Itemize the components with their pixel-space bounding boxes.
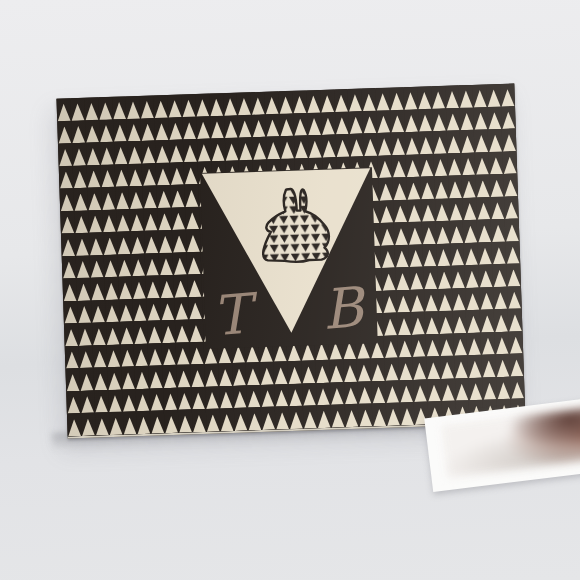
pattern-cell <box>108 390 123 413</box>
pattern-cell <box>251 114 266 137</box>
pattern-cell <box>109 412 124 435</box>
pattern-cell <box>420 176 435 199</box>
pattern-cell <box>112 96 127 119</box>
pattern-cell <box>450 243 465 266</box>
pattern-cell <box>220 408 235 431</box>
pattern-cell <box>501 106 516 129</box>
pattern-cell <box>106 322 121 345</box>
pattern-cell <box>465 288 480 311</box>
pattern-cell <box>265 91 280 114</box>
pattern-cell <box>176 342 191 365</box>
pattern-cell <box>390 110 405 133</box>
pattern-cell <box>140 95 155 118</box>
pattern-cell <box>127 141 142 164</box>
pattern-cell <box>146 298 161 321</box>
pattern-cell <box>437 266 452 289</box>
pattern-cell <box>452 288 467 311</box>
pattern-cell <box>122 412 137 435</box>
pattern-cell <box>406 177 421 200</box>
pattern-cell <box>57 121 72 144</box>
pattern-cell <box>160 298 175 321</box>
pattern-cell <box>204 364 219 387</box>
pattern-cell <box>191 387 206 410</box>
pattern-cell <box>98 97 113 120</box>
pattern-cell <box>394 222 409 245</box>
pattern-cell <box>395 267 410 290</box>
pattern-cell <box>349 111 364 134</box>
pattern-cell <box>357 381 372 404</box>
pattern-cell <box>441 379 456 402</box>
pattern-cell <box>482 377 497 400</box>
pattern-cell <box>423 266 438 289</box>
pattern-cell <box>505 219 520 242</box>
pattern-cell <box>379 200 394 223</box>
pattern-cell <box>363 133 378 156</box>
pattern-cell <box>446 108 461 131</box>
pattern-cell <box>322 135 337 158</box>
pattern-cell <box>103 232 118 255</box>
pattern-cell <box>377 133 392 156</box>
pattern-cell <box>92 345 107 368</box>
pattern-cell <box>192 409 207 432</box>
pattern-cell <box>247 385 262 408</box>
pattern-cell <box>188 297 203 320</box>
pattern-cell <box>101 187 116 210</box>
pattern-cell <box>78 323 93 346</box>
pattern-cell <box>170 162 185 185</box>
pattern-cell <box>233 385 248 408</box>
pattern-cell <box>133 321 148 344</box>
pattern-cell <box>171 207 186 230</box>
pattern-cell <box>247 408 262 431</box>
pattern-cell <box>149 388 164 411</box>
pattern-cell <box>344 382 359 405</box>
pattern-cell <box>156 163 171 186</box>
pattern-cell <box>344 404 359 427</box>
pattern-cell <box>449 198 464 221</box>
pattern-cell <box>218 363 233 386</box>
pattern-cell <box>303 406 318 429</box>
pattern-cell <box>502 129 517 152</box>
pattern-cell <box>104 277 119 300</box>
pattern-cell <box>100 142 115 165</box>
pattern-cell <box>302 383 317 406</box>
pattern-cell <box>163 365 178 388</box>
pattern-cell <box>189 319 204 342</box>
pattern-cell <box>274 362 289 385</box>
pattern-cell <box>436 243 451 266</box>
pattern-cell <box>67 414 82 437</box>
pattern-cell <box>349 134 364 157</box>
pattern-cell <box>431 86 446 109</box>
pattern-cell <box>89 255 104 278</box>
pattern-cell <box>187 252 202 275</box>
pattern-cell <box>486 84 501 107</box>
pattern-cell <box>504 196 519 219</box>
pattern-cell <box>490 197 505 220</box>
pattern-cell <box>384 335 399 358</box>
pattern-cell <box>397 312 412 335</box>
pattern-cell <box>362 88 377 111</box>
pattern-cell <box>330 405 345 428</box>
pattern-cell <box>84 97 99 120</box>
pattern-cell <box>439 334 454 357</box>
pattern-cell <box>419 131 434 154</box>
pattern-cell <box>503 174 518 197</box>
pattern-cell <box>419 154 434 177</box>
pattern-cell <box>492 242 507 265</box>
pattern-cell <box>392 177 407 200</box>
pattern-cell <box>482 355 497 378</box>
pattern-cell <box>362 111 377 134</box>
pattern-cell <box>379 178 394 201</box>
pattern-cell <box>398 357 413 380</box>
pattern-cell <box>146 276 161 299</box>
pattern-cell <box>173 275 188 298</box>
pattern-cell <box>178 410 193 433</box>
pattern-cell <box>122 389 137 412</box>
pattern-cell <box>301 361 316 384</box>
pattern-cell <box>162 343 177 366</box>
pattern-cell <box>72 143 87 166</box>
pattern-cell <box>509 331 524 354</box>
pattern-cell <box>223 93 238 116</box>
pattern-cell <box>181 94 196 117</box>
pattern-cell <box>88 210 103 233</box>
pattern-cell <box>145 253 160 276</box>
pattern-cell <box>86 165 101 188</box>
pattern-cell <box>142 163 157 186</box>
pattern-cell <box>440 356 455 379</box>
pattern-cell <box>186 229 201 252</box>
pattern-cell <box>79 345 94 368</box>
pattern-cell <box>167 95 182 118</box>
pattern-cell <box>103 254 118 277</box>
pattern-cell <box>160 275 175 298</box>
pattern-cell <box>143 208 158 231</box>
pattern-cell <box>395 245 410 268</box>
pattern-cell <box>64 323 79 346</box>
pattern-cell <box>93 368 108 391</box>
pattern-cell <box>380 223 395 246</box>
pattern-cell <box>434 176 449 199</box>
pattern-cell <box>425 311 440 334</box>
pattern-cell <box>435 198 450 221</box>
pattern-cell <box>164 410 179 433</box>
pattern-cell <box>61 233 76 256</box>
pattern-cell <box>463 220 478 243</box>
pattern-cell <box>116 231 131 254</box>
pattern-cell <box>280 136 295 159</box>
pattern-cell <box>509 354 524 377</box>
pattern-cell <box>408 244 423 267</box>
pattern-cell <box>372 403 387 426</box>
pattern-cell <box>425 334 440 357</box>
pattern-cell <box>412 357 427 380</box>
pattern-cell <box>238 137 253 160</box>
pattern-cell <box>115 186 130 209</box>
pattern-cell <box>85 120 100 143</box>
pattern-cell <box>287 361 302 384</box>
pattern-cell <box>90 277 105 300</box>
pattern-cell <box>452 311 467 334</box>
pattern-cell <box>288 384 303 407</box>
pattern-cell <box>477 220 492 243</box>
pattern-cell <box>479 287 494 310</box>
pattern-cell <box>474 129 489 152</box>
pattern-cell <box>119 322 134 345</box>
pattern-cell <box>141 141 156 164</box>
pattern-cell <box>238 115 253 138</box>
pattern-cell <box>386 403 401 426</box>
pattern-cell <box>107 367 122 390</box>
pattern-cell <box>163 388 178 411</box>
pattern-cell <box>144 231 159 254</box>
pattern-cell <box>489 174 504 197</box>
pattern-cell <box>438 288 453 311</box>
pattern-cell <box>422 244 437 267</box>
pattern-cell <box>60 211 75 234</box>
pattern-cell <box>329 360 344 383</box>
pattern-cell <box>77 300 92 323</box>
pattern-cell <box>275 407 290 430</box>
pattern-cell <box>371 381 386 404</box>
pattern-cell <box>150 411 165 434</box>
pattern-cell <box>409 267 424 290</box>
pattern-cell <box>392 155 407 178</box>
pattern-cell <box>59 166 74 189</box>
pattern-cell <box>260 362 275 385</box>
studio-backdrop: T B <box>0 0 580 580</box>
pattern-cell <box>91 300 106 323</box>
pattern-cell <box>117 254 132 277</box>
pattern-cell <box>292 90 307 113</box>
pattern-cell <box>126 96 141 119</box>
pattern-cell <box>480 310 495 333</box>
pattern-cell <box>66 391 81 414</box>
pattern-cell <box>317 405 332 428</box>
pattern-cell <box>119 299 134 322</box>
pattern-cell <box>56 98 71 121</box>
pattern-cell <box>466 310 481 333</box>
pattern-cell <box>407 199 422 222</box>
pattern-cell <box>473 107 488 130</box>
pattern-cell <box>132 276 147 299</box>
pattern-cell <box>453 333 468 356</box>
pattern-cell <box>405 132 420 155</box>
rabbit-icon <box>257 185 334 266</box>
pattern-cell <box>232 363 247 386</box>
pattern-cell <box>154 118 169 141</box>
pattern-cell <box>116 209 131 232</box>
pattern-cell <box>422 221 437 244</box>
pattern-cell <box>384 358 399 381</box>
pattern-cell <box>260 385 275 408</box>
pattern-cell <box>308 135 323 158</box>
pattern-cell <box>279 113 294 136</box>
pattern-cell <box>154 95 169 118</box>
pattern-cell <box>399 380 414 403</box>
pattern-cell <box>432 108 447 131</box>
pattern-cell <box>251 92 266 115</box>
pattern-cell <box>159 253 174 276</box>
pattern-cell <box>182 117 197 140</box>
pattern-cell <box>448 175 463 198</box>
pattern-cell <box>293 113 308 136</box>
pattern-cell <box>398 335 413 358</box>
pattern-cell <box>224 138 239 161</box>
pattern-cell <box>393 200 408 223</box>
pattern-cell <box>378 155 393 178</box>
pattern-cell <box>113 119 128 142</box>
pattern-cell <box>134 344 149 367</box>
pattern-cell <box>447 153 462 176</box>
pattern-cell <box>435 221 450 244</box>
pattern-cell <box>451 266 466 289</box>
pattern-cell <box>128 163 143 186</box>
pattern-cell <box>274 384 289 407</box>
pattern-cell <box>75 233 90 256</box>
pattern-cell <box>408 222 423 245</box>
pattern-cell <box>411 334 426 357</box>
pattern-cell <box>140 118 155 141</box>
pattern-cell <box>58 143 73 166</box>
pattern-cell <box>481 332 496 355</box>
pattern-cell <box>105 300 120 323</box>
pattern-cell <box>383 313 398 336</box>
pattern-cell <box>348 89 363 112</box>
pattern-cell <box>233 408 248 431</box>
pattern-cell <box>410 289 425 312</box>
announcement-card: T B <box>56 84 525 439</box>
pattern-cell <box>462 197 477 220</box>
pattern-cell <box>335 134 350 157</box>
pattern-cell <box>177 387 192 410</box>
pattern-cell <box>507 286 522 309</box>
pattern-cell <box>157 208 172 231</box>
pattern-cell <box>495 332 510 355</box>
pattern-cell <box>261 407 276 430</box>
pattern-cell <box>508 309 523 332</box>
pattern-cell <box>81 413 96 436</box>
pattern-cell <box>131 254 146 277</box>
pattern-cell <box>135 366 150 389</box>
pattern-cell <box>80 391 95 414</box>
pattern-cell <box>376 88 391 111</box>
pattern-cell <box>118 277 133 300</box>
pattern-cell <box>385 380 400 403</box>
pattern-cell <box>358 404 373 427</box>
pattern-cell <box>493 287 508 310</box>
pattern-cell <box>396 290 411 313</box>
pattern-cell <box>432 131 447 154</box>
pattern-cell <box>79 368 94 391</box>
pattern-cell <box>343 359 358 382</box>
pattern-cell <box>174 297 189 320</box>
pattern-cell <box>211 138 226 161</box>
pattern-cell <box>95 413 110 436</box>
pattern-cell <box>321 112 336 135</box>
pattern-cell <box>65 346 80 369</box>
monogram-initial-left: T <box>210 287 251 345</box>
monogram-initial-right: B <box>320 280 365 338</box>
pattern-cell <box>334 89 349 112</box>
pattern-cell <box>62 278 77 301</box>
pattern-cell <box>400 402 415 425</box>
pattern-cell <box>170 185 185 208</box>
pattern-cell <box>130 231 145 254</box>
pattern-cell <box>506 264 521 287</box>
pattern-cell <box>446 130 461 153</box>
pattern-cell <box>184 162 199 185</box>
pattern-cell <box>197 139 212 162</box>
pattern-cell <box>381 245 396 268</box>
pattern-cell <box>76 255 91 278</box>
pattern-cell <box>459 107 474 130</box>
pattern-cell <box>357 359 372 382</box>
pattern-cell <box>406 154 421 177</box>
pattern-cell <box>143 186 158 209</box>
pattern-cell <box>120 344 135 367</box>
pattern-cell <box>424 289 439 312</box>
pattern-cell <box>503 151 518 174</box>
pattern-cell <box>455 378 470 401</box>
pattern-cell <box>149 366 164 389</box>
medallion: T B <box>200 167 378 349</box>
pattern-cell <box>316 383 331 406</box>
pattern-cell <box>184 184 199 207</box>
pattern-cell <box>468 378 483 401</box>
pattern-cell <box>454 356 469 379</box>
pattern-cell <box>99 119 114 142</box>
pattern-cell <box>382 290 397 313</box>
pattern-cell <box>371 358 386 381</box>
pattern-cell <box>479 265 494 288</box>
pattern-cell <box>500 84 515 107</box>
pattern-cell <box>92 323 107 346</box>
pattern-cell <box>148 343 163 366</box>
pattern-cell <box>445 85 460 108</box>
pattern-cell <box>224 115 239 138</box>
pattern-cell <box>73 165 88 188</box>
pattern-cell <box>413 379 428 402</box>
pattern-cell <box>467 333 482 356</box>
pattern-cell <box>426 357 441 380</box>
pattern-cell <box>376 110 391 133</box>
pattern-cell <box>130 209 145 232</box>
pattern-cell <box>187 274 202 297</box>
pattern-cell <box>289 406 304 429</box>
pattern-cell <box>389 87 404 110</box>
pattern-cell <box>487 106 502 129</box>
pattern-cell <box>459 85 474 108</box>
pattern-cell <box>121 367 136 390</box>
pattern-cell <box>70 98 85 121</box>
pattern-cell <box>102 209 117 232</box>
pattern-cell <box>175 320 190 343</box>
pattern-cell <box>210 116 225 139</box>
pattern-cell <box>246 362 261 385</box>
pattern-cell <box>465 265 480 288</box>
pattern-cell <box>59 188 74 211</box>
pattern-cell <box>237 92 252 115</box>
pattern-cell <box>510 376 525 399</box>
pattern-cell <box>411 312 426 335</box>
pattern-cell <box>418 109 433 132</box>
pattern-cell <box>176 365 191 388</box>
pattern-cell <box>278 91 293 114</box>
pattern-cell <box>94 390 109 413</box>
